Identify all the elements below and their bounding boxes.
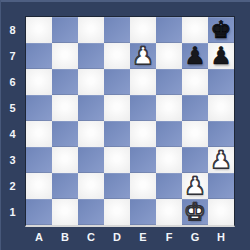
square-f4[interactable] xyxy=(156,121,182,147)
square-a1[interactable] xyxy=(26,199,52,225)
square-g3[interactable] xyxy=(182,147,208,173)
square-g6[interactable] xyxy=(182,69,208,95)
square-c5[interactable] xyxy=(78,95,104,121)
square-e6[interactable] xyxy=(130,69,156,95)
square-g7[interactable]: ♟ xyxy=(182,43,208,69)
square-f2[interactable] xyxy=(156,173,182,199)
square-e2[interactable] xyxy=(130,173,156,199)
black-king: ♚ xyxy=(210,17,232,43)
white-king: ♚ xyxy=(184,199,206,225)
chess-board: ♚♟♟♟♟♟♚ xyxy=(25,16,235,227)
square-b3[interactable] xyxy=(52,147,78,173)
file-label-e: E xyxy=(130,229,156,245)
square-d5[interactable] xyxy=(104,95,130,121)
square-f3[interactable] xyxy=(156,147,182,173)
square-h8[interactable]: ♚ xyxy=(208,17,234,43)
black-pawn: ♟ xyxy=(184,43,206,69)
square-b8[interactable] xyxy=(52,17,78,43)
rank-labels: 87654321 xyxy=(0,17,25,225)
rank-label-2: 2 xyxy=(0,173,25,199)
file-labels: ABCDEFGH xyxy=(26,229,234,245)
white-pawn: ♟ xyxy=(210,147,232,173)
square-h4[interactable] xyxy=(208,121,234,147)
square-d3[interactable] xyxy=(104,147,130,173)
chess-diagram: 87654321 ♚♟♟♟♟♟♚ ABCDEFGH xyxy=(0,0,250,250)
square-h5[interactable] xyxy=(208,95,234,121)
square-c3[interactable] xyxy=(78,147,104,173)
black-pawn: ♟ xyxy=(210,43,232,69)
square-a2[interactable] xyxy=(26,173,52,199)
file-label-b: B xyxy=(52,229,78,245)
square-d4[interactable] xyxy=(104,121,130,147)
square-c8[interactable] xyxy=(78,17,104,43)
square-f7[interactable] xyxy=(156,43,182,69)
rank-label-7: 7 xyxy=(0,43,25,69)
square-g4[interactable] xyxy=(182,121,208,147)
file-label-d: D xyxy=(104,229,130,245)
square-d1[interactable] xyxy=(104,199,130,225)
square-h3[interactable]: ♟ xyxy=(208,147,234,173)
square-h1[interactable] xyxy=(208,199,234,225)
square-b7[interactable] xyxy=(52,43,78,69)
square-g5[interactable] xyxy=(182,95,208,121)
white-pawn: ♟ xyxy=(132,43,154,69)
square-d7[interactable] xyxy=(104,43,130,69)
square-f5[interactable] xyxy=(156,95,182,121)
rank-label-3: 3 xyxy=(0,147,25,173)
square-b5[interactable] xyxy=(52,95,78,121)
file-label-h: H xyxy=(208,229,234,245)
square-c1[interactable] xyxy=(78,199,104,225)
rank-label-5: 5 xyxy=(0,95,25,121)
file-label-g: G xyxy=(182,229,208,245)
square-f8[interactable] xyxy=(156,17,182,43)
square-a7[interactable] xyxy=(26,43,52,69)
square-a6[interactable] xyxy=(26,69,52,95)
square-f1[interactable] xyxy=(156,199,182,225)
square-a3[interactable] xyxy=(26,147,52,173)
white-pawn: ♟ xyxy=(184,173,206,199)
square-c6[interactable] xyxy=(78,69,104,95)
rank-label-8: 8 xyxy=(0,17,25,43)
square-e3[interactable] xyxy=(130,147,156,173)
square-e4[interactable] xyxy=(130,121,156,147)
square-b6[interactable] xyxy=(52,69,78,95)
square-c7[interactable] xyxy=(78,43,104,69)
square-d8[interactable] xyxy=(104,17,130,43)
square-b4[interactable] xyxy=(52,121,78,147)
square-g2[interactable]: ♟ xyxy=(182,173,208,199)
square-c4[interactable] xyxy=(78,121,104,147)
square-c2[interactable] xyxy=(78,173,104,199)
file-label-a: A xyxy=(26,229,52,245)
rank-label-1: 1 xyxy=(0,199,25,225)
square-d2[interactable] xyxy=(104,173,130,199)
rank-label-6: 6 xyxy=(0,69,25,95)
square-h7[interactable]: ♟ xyxy=(208,43,234,69)
square-a8[interactable] xyxy=(26,17,52,43)
file-label-f: F xyxy=(156,229,182,245)
square-e5[interactable] xyxy=(130,95,156,121)
square-a5[interactable] xyxy=(26,95,52,121)
square-b1[interactable] xyxy=(52,199,78,225)
square-g8[interactable] xyxy=(182,17,208,43)
square-f6[interactable] xyxy=(156,69,182,95)
square-e8[interactable] xyxy=(130,17,156,43)
square-e7[interactable]: ♟ xyxy=(130,43,156,69)
file-label-c: C xyxy=(78,229,104,245)
square-e1[interactable] xyxy=(130,199,156,225)
square-b2[interactable] xyxy=(52,173,78,199)
square-h2[interactable] xyxy=(208,173,234,199)
square-g1[interactable]: ♚ xyxy=(182,199,208,225)
square-a4[interactable] xyxy=(26,121,52,147)
square-h6[interactable] xyxy=(208,69,234,95)
square-d6[interactable] xyxy=(104,69,130,95)
rank-label-4: 4 xyxy=(0,121,25,147)
